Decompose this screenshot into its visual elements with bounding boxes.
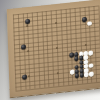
hoshi-point [84,44,86,46]
hoshi-point [55,22,57,24]
black-stone[interactable] [25,19,30,24]
black-stone[interactable] [82,17,87,22]
go-board[interactable] [7,0,100,98]
board-grid[interactable] [13,6,100,91]
black-stone[interactable] [21,45,26,50]
white-stone[interactable] [88,51,93,56]
black-stone[interactable] [75,73,80,78]
goban-photo-scene [0,0,100,100]
white-stone[interactable] [89,63,94,68]
white-stone[interactable] [87,21,92,26]
black-stone[interactable] [22,74,27,79]
black-stone[interactable] [74,56,79,61]
white-stone[interactable] [89,72,94,77]
